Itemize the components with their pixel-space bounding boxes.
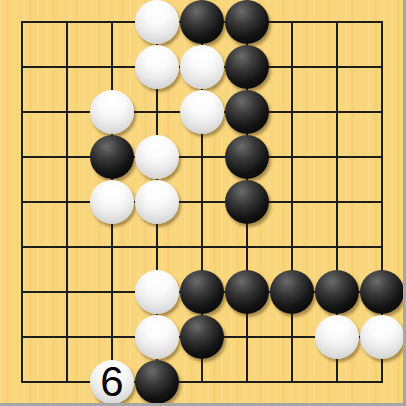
- intersection-r4-c5[interactable]: [180, 135, 225, 180]
- intersection-r1-c6[interactable]: [225, 0, 270, 45]
- intersection-r6-c5[interactable]: [180, 225, 225, 270]
- intersection-r8-c8[interactable]: [315, 315, 360, 360]
- intersection-r1-c1[interactable]: [0, 0, 45, 45]
- intersection-r6-c2[interactable]: [45, 225, 90, 270]
- black-stone[interactable]: [360, 270, 404, 314]
- intersection-r7-c9[interactable]: [360, 270, 405, 315]
- intersection-r3-c1[interactable]: [0, 90, 45, 135]
- intersection-r3-c8[interactable]: [315, 90, 360, 135]
- intersection-r2-c5[interactable]: [180, 45, 225, 90]
- black-stone[interactable]: [270, 270, 314, 314]
- intersection-r7-c4[interactable]: [135, 270, 180, 315]
- intersection-r3-c4[interactable]: [135, 90, 180, 135]
- white-stone[interactable]: [135, 180, 179, 224]
- intersection-r1-c7[interactable]: [270, 0, 315, 45]
- intersection-r6-c6[interactable]: [225, 225, 270, 270]
- intersection-r5-c6[interactable]: [225, 180, 270, 225]
- white-stone[interactable]: [135, 45, 179, 89]
- intersection-r4-c8[interactable]: [315, 135, 360, 180]
- intersection-r3-c3[interactable]: [90, 90, 135, 135]
- intersection-r3-c2[interactable]: [45, 90, 90, 135]
- intersection-r9-c6[interactable]: [225, 360, 270, 405]
- intersection-r9-c5[interactable]: [180, 360, 225, 405]
- white-stone[interactable]: [135, 315, 179, 359]
- black-stone[interactable]: [225, 90, 269, 134]
- intersection-r5-c8[interactable]: [315, 180, 360, 225]
- black-stone[interactable]: [225, 0, 269, 44]
- intersection-r5-c2[interactable]: [45, 180, 90, 225]
- intersection-r9-c2[interactable]: [45, 360, 90, 405]
- intersection-r4-c2[interactable]: [45, 135, 90, 180]
- white-stone[interactable]: [135, 135, 179, 179]
- intersection-r2-c2[interactable]: [45, 45, 90, 90]
- white-stone[interactable]: [90, 90, 134, 134]
- intersection-r7-c5[interactable]: [180, 270, 225, 315]
- intersection-r5-c1[interactable]: [0, 180, 45, 225]
- intersection-r9-c1[interactable]: [0, 360, 45, 405]
- white-stone[interactable]: [180, 90, 224, 134]
- intersection-r4-c1[interactable]: [0, 135, 45, 180]
- white-stone[interactable]: [90, 180, 134, 224]
- intersection-r1-c8[interactable]: [315, 0, 360, 45]
- white-stone[interactable]: [360, 315, 404, 359]
- intersection-r7-c3[interactable]: [90, 270, 135, 315]
- white-stone[interactable]: [180, 45, 224, 89]
- intersection-r5-c4[interactable]: [135, 180, 180, 225]
- intersection-r7-c2[interactable]: [45, 270, 90, 315]
- intersection-r5-c9[interactable]: [360, 180, 405, 225]
- white-stone[interactable]: [135, 270, 179, 314]
- intersection-r3-c6[interactable]: [225, 90, 270, 135]
- intersection-r9-c9[interactable]: [360, 360, 405, 405]
- intersection-r2-c4[interactable]: [135, 45, 180, 90]
- intersection-r4-c4[interactable]: [135, 135, 180, 180]
- black-stone[interactable]: [180, 270, 224, 314]
- intersection-r4-c3[interactable]: [90, 135, 135, 180]
- white-stone[interactable]: 6: [90, 360, 134, 404]
- white-stone[interactable]: [135, 0, 179, 44]
- black-stone[interactable]: [180, 315, 224, 359]
- black-stone[interactable]: [90, 135, 134, 179]
- intersection-r5-c5[interactable]: [180, 180, 225, 225]
- go-board: 6: [0, 0, 406, 406]
- intersection-r7-c1[interactable]: [0, 270, 45, 315]
- intersection-r4-c6[interactable]: [225, 135, 270, 180]
- intersection-r2-c6[interactable]: [225, 45, 270, 90]
- intersection-r6-c9[interactable]: [360, 225, 405, 270]
- intersection-r2-c1[interactable]: [0, 45, 45, 90]
- intersection-r7-c8[interactable]: [315, 270, 360, 315]
- intersection-r6-c4[interactable]: [135, 225, 180, 270]
- intersection-r1-c2[interactable]: [45, 0, 90, 45]
- intersection-r8-c5[interactable]: [180, 315, 225, 360]
- white-stone[interactable]: [315, 315, 359, 359]
- intersection-r8-c6[interactable]: [225, 315, 270, 360]
- intersection-r7-c6[interactable]: [225, 270, 270, 315]
- intersection-r9-c3[interactable]: 6: [90, 360, 135, 405]
- intersection-r2-c7[interactable]: [270, 45, 315, 90]
- intersection-r3-c7[interactable]: [270, 90, 315, 135]
- intersection-r8-c2[interactable]: [45, 315, 90, 360]
- intersection-r8-c9[interactable]: [360, 315, 405, 360]
- black-stone[interactable]: [135, 360, 179, 404]
- intersection-r1-c5[interactable]: [180, 0, 225, 45]
- black-stone[interactable]: [180, 0, 224, 44]
- intersection-r1-c4[interactable]: [135, 0, 180, 45]
- intersection-r6-c7[interactable]: [270, 225, 315, 270]
- intersection-r1-c9[interactable]: [360, 0, 405, 45]
- intersection-r8-c1[interactable]: [0, 315, 45, 360]
- intersection-r3-c5[interactable]: [180, 90, 225, 135]
- intersection-r2-c3[interactable]: [90, 45, 135, 90]
- intersection-r6-c3[interactable]: [90, 225, 135, 270]
- intersection-r6-c1[interactable]: [0, 225, 45, 270]
- intersection-r8-c7[interactable]: [270, 315, 315, 360]
- intersection-r1-c3[interactable]: [90, 0, 135, 45]
- intersection-r8-c3[interactable]: [90, 315, 135, 360]
- black-stone[interactable]: [225, 180, 269, 224]
- intersection-r5-c7[interactable]: [270, 180, 315, 225]
- intersection-r9-c7[interactable]: [270, 360, 315, 405]
- intersection-r9-c4[interactable]: [135, 360, 180, 405]
- intersection-r5-c3[interactable]: [90, 180, 135, 225]
- intersection-r2-c8[interactable]: [315, 45, 360, 90]
- intersection-r4-c9[interactable]: [360, 135, 405, 180]
- black-stone[interactable]: [225, 270, 269, 314]
- intersection-r6-c8[interactable]: [315, 225, 360, 270]
- intersection-r4-c7[interactable]: [270, 135, 315, 180]
- intersection-r2-c9[interactable]: [360, 45, 405, 90]
- intersection-r8-c4[interactable]: [135, 315, 180, 360]
- board-intersections: 6: [0, 0, 405, 405]
- black-stone[interactable]: [225, 135, 269, 179]
- intersection-r7-c7[interactable]: [270, 270, 315, 315]
- intersection-r9-c8[interactable]: [315, 360, 360, 405]
- intersection-r3-c9[interactable]: [360, 90, 405, 135]
- move-number-label: 6: [100, 360, 123, 404]
- black-stone[interactable]: [225, 45, 269, 89]
- black-stone[interactable]: [315, 270, 359, 314]
